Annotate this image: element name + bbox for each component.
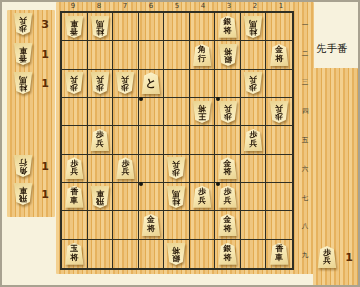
sente-hand-pawn-count: 1 (344, 251, 354, 264)
file-label-9: 9 (60, 2, 86, 11)
piece-kanji: 王将 (198, 103, 206, 120)
square-6-9[interactable] (139, 240, 165, 268)
piece-pawn-gote[interactable]: 歩兵 (243, 72, 263, 94)
piece-lance-gote[interactable]: 香車 (13, 43, 33, 65)
square-9-4[interactable] (62, 98, 88, 126)
square-2-3[interactable]: 歩兵 (241, 70, 267, 98)
square-6-6[interactable] (139, 155, 165, 183)
square-1-7[interactable] (266, 183, 292, 211)
file-label-3: 3 (216, 2, 242, 11)
square-4-1[interactable] (190, 13, 216, 41)
square-8-9[interactable] (88, 240, 114, 268)
piece-pawn-sente[interactable]: 歩兵 (243, 129, 263, 151)
gote-hand-lance-count: 1 (40, 48, 50, 61)
piece-kanji: 歩兵 (224, 188, 232, 205)
piece-kanji: 歩兵 (323, 249, 331, 266)
square-8-2[interactable] (88, 41, 114, 69)
piece-kanji: 香車 (275, 245, 283, 262)
piece-pawn-sente[interactable]: 歩兵 (317, 246, 337, 268)
gote-hand-bishop[interactable]: 角行1 (13, 155, 50, 177)
file-label-2: 2 (242, 2, 268, 11)
square-2-9[interactable] (241, 240, 267, 268)
piece-kanji: 歩兵 (121, 160, 129, 177)
piece-kanji: 香車 (19, 46, 27, 63)
sente-captured-tray: 歩兵1 (313, 68, 358, 286)
square-3-4[interactable]: 歩兵 (215, 98, 241, 126)
shogi-app-window: 歩兵3香車1桂馬1角行1飛車1 987654321 香車桂馬銀将桂馬角行銀将金将… (0, 0, 360, 287)
piece-kanji: 歩兵 (96, 131, 104, 148)
piece-kanji: 香車 (70, 18, 78, 35)
file-label-5: 5 (164, 2, 190, 11)
gote-captured-tray: 歩兵3香車1桂馬1角行1飛車1 (7, 10, 55, 217)
piece-tokin-sente[interactable]: と (141, 72, 161, 94)
gote-hand-bishop-count: 1 (40, 160, 50, 173)
piece-pawn-gote[interactable]: 歩兵 (218, 101, 238, 123)
square-7-1[interactable] (113, 13, 139, 41)
piece-kanji: 金将 (224, 216, 232, 233)
square-6-3[interactable]: と (139, 70, 165, 98)
piece-pawn-gote[interactable]: 歩兵 (115, 72, 135, 94)
square-7-2[interactable] (113, 41, 139, 69)
piece-kanji: 歩兵 (70, 75, 78, 92)
piece-kanji: と (145, 77, 156, 90)
square-7-6[interactable]: 歩兵 (113, 155, 139, 183)
square-1-4[interactable]: 歩兵 (266, 98, 292, 126)
square-2-2[interactable] (241, 41, 267, 69)
square-9-2[interactable] (62, 41, 88, 69)
star-point (216, 97, 220, 101)
square-8-4[interactable] (88, 98, 114, 126)
square-1-2[interactable]: 金将 (266, 41, 292, 69)
file-label-4: 4 (190, 2, 216, 11)
piece-pawn-sente[interactable]: 歩兵 (90, 129, 110, 151)
piece-kanji: 銀将 (224, 18, 232, 35)
piece-pawn-gote[interactable]: 歩兵 (269, 101, 289, 123)
piece-pawn-gote[interactable]: 歩兵 (166, 157, 186, 179)
piece-pawn-sente[interactable]: 歩兵 (115, 157, 135, 179)
square-3-9[interactable]: 銀将 (215, 240, 241, 268)
square-1-6[interactable] (266, 155, 292, 183)
square-1-8[interactable] (266, 211, 292, 239)
gote-hand-pawn[interactable]: 歩兵3 (13, 13, 50, 35)
shogi-board: 987654321 香車桂馬銀将桂馬角行銀将金将歩兵歩兵歩兵と歩兵王将歩兵歩兵歩… (56, 2, 314, 274)
piece-pawn-gote[interactable]: 歩兵 (64, 72, 84, 94)
piece-kanji: 歩兵 (224, 103, 232, 120)
turn-indicator-label: 先手番 (316, 42, 348, 56)
piece-kanji: 桂馬 (96, 18, 104, 35)
gote-hand-rook-count: 1 (40, 188, 50, 201)
piece-kanji: 桂馬 (19, 75, 27, 92)
square-2-8[interactable] (241, 211, 267, 239)
piece-gold-sente[interactable]: 金将 (218, 157, 238, 179)
piece-king-gote[interactable]: 王将 (192, 101, 212, 123)
square-2-7[interactable] (241, 183, 267, 211)
square-4-4[interactable]: 王将 (190, 98, 216, 126)
square-2-6[interactable] (241, 155, 267, 183)
piece-kanji: 桂馬 (249, 18, 257, 35)
square-6-4[interactable] (139, 98, 165, 126)
piece-kanji: 銀将 (224, 46, 232, 63)
square-8-1[interactable]: 桂馬 (88, 13, 114, 41)
square-1-3[interactable] (266, 70, 292, 98)
rank-label-7: 七 (298, 184, 312, 213)
square-5-5[interactable] (164, 126, 190, 154)
square-9-6[interactable]: 歩兵 (62, 155, 88, 183)
file-labels: 987654321 (60, 2, 294, 11)
square-4-2[interactable]: 角行 (190, 41, 216, 69)
piece-knight-gote[interactable]: 桂馬 (13, 72, 33, 94)
rank-label-1: 一 (298, 11, 312, 40)
piece-knight-gote[interactable]: 桂馬 (90, 16, 110, 38)
piece-bishop-sente[interactable]: 角行 (192, 44, 212, 66)
rank-label-2: 二 (298, 40, 312, 69)
square-8-3[interactable]: 歩兵 (88, 70, 114, 98)
square-2-5[interactable]: 歩兵 (241, 126, 267, 154)
piece-kanji: 歩兵 (70, 160, 78, 177)
piece-kanji: 角行 (19, 158, 27, 175)
square-3-5[interactable] (215, 126, 241, 154)
gote-hand-knight[interactable]: 桂馬1 (13, 72, 50, 94)
square-7-3[interactable]: 歩兵 (113, 70, 139, 98)
piece-kanji: 金将 (224, 160, 232, 177)
piece-kanji: 飛車 (19, 186, 27, 203)
square-5-4[interactable] (164, 98, 190, 126)
square-8-6[interactable] (88, 155, 114, 183)
piece-lance-sente[interactable]: 香車 (64, 186, 84, 208)
piece-gold-sente[interactable]: 金将 (218, 214, 238, 236)
piece-knight-gote[interactable]: 桂馬 (166, 186, 186, 208)
square-2-4[interactable] (241, 98, 267, 126)
square-4-5[interactable] (190, 126, 216, 154)
piece-kanji: 歩兵 (275, 103, 283, 120)
square-3-6[interactable]: 金将 (215, 155, 241, 183)
square-9-7[interactable]: 香車 (62, 183, 88, 211)
piece-silver-sente[interactable]: 銀将 (218, 16, 238, 38)
piece-kanji: 銀将 (224, 245, 232, 262)
star-point (139, 97, 143, 101)
piece-kanji: 飛車 (96, 188, 104, 205)
square-3-1[interactable]: 銀将 (215, 13, 241, 41)
piece-king-sente[interactable]: 玉将 (64, 243, 84, 265)
piece-pawn-sente[interactable]: 歩兵 (64, 157, 84, 179)
piece-kanji: 歩兵 (249, 75, 257, 92)
rank-label-6: 六 (298, 155, 312, 184)
square-7-9[interactable] (113, 240, 139, 268)
rank-label-5: 五 (298, 126, 312, 155)
piece-lance-sente[interactable]: 香車 (269, 243, 289, 265)
rank-labels: 一二三四五六七八九 (298, 11, 312, 270)
square-8-7[interactable]: 飛車 (88, 183, 114, 211)
square-5-6[interactable]: 歩兵 (164, 155, 190, 183)
file-label-1: 1 (268, 2, 294, 11)
piece-knight-gote[interactable]: 桂馬 (243, 16, 263, 38)
sente-hand-pawn[interactable]: 歩兵1 (317, 246, 354, 268)
square-9-5[interactable] (62, 126, 88, 154)
square-4-7[interactable]: 歩兵 (190, 183, 216, 211)
board-grid: 香車桂馬銀将桂馬角行銀将金将歩兵歩兵歩兵と歩兵王将歩兵歩兵歩兵歩兵歩兵歩兵歩兵金… (60, 11, 294, 270)
piece-kanji: 桂馬 (172, 188, 180, 205)
gote-hand-knight-count: 1 (40, 77, 50, 90)
piece-pawn-sente[interactable]: 歩兵 (218, 186, 238, 208)
piece-rook-gote[interactable]: 飛車 (90, 186, 110, 208)
square-5-1[interactable] (164, 13, 190, 41)
rank-label-3: 三 (298, 69, 312, 98)
square-4-8[interactable] (190, 211, 216, 239)
square-4-6[interactable] (190, 155, 216, 183)
piece-pawn-gote[interactable]: 歩兵 (90, 72, 110, 94)
square-3-7[interactable]: 歩兵 (215, 183, 241, 211)
square-5-9[interactable]: 銀将 (164, 240, 190, 268)
piece-silver-sente[interactable]: 銀将 (218, 243, 238, 265)
piece-kanji: 金将 (275, 46, 283, 63)
piece-bishop-gote[interactable]: 角行 (13, 155, 33, 177)
square-6-7[interactable] (139, 183, 165, 211)
piece-kanji: 歩兵 (198, 188, 206, 205)
piece-pawn-gote[interactable]: 歩兵 (13, 13, 33, 35)
square-9-3[interactable]: 歩兵 (62, 70, 88, 98)
piece-gold-sente[interactable]: 金将 (269, 44, 289, 66)
piece-kanji: 香車 (70, 188, 78, 205)
piece-pawn-sente[interactable]: 歩兵 (192, 186, 212, 208)
piece-gold-sente[interactable]: 金将 (141, 214, 161, 236)
square-9-9[interactable]: 玉将 (62, 240, 88, 268)
rank-label-8: 八 (298, 212, 312, 241)
piece-lance-gote[interactable]: 香車 (64, 16, 84, 38)
square-1-9[interactable]: 香車 (266, 240, 292, 268)
square-8-8[interactable] (88, 211, 114, 239)
square-6-8[interactable]: 金将 (139, 211, 165, 239)
piece-kanji: 金将 (147, 216, 155, 233)
square-6-2[interactable] (139, 41, 165, 69)
piece-kanji: 角行 (198, 46, 206, 63)
square-5-8[interactable] (164, 211, 190, 239)
square-4-3[interactable] (190, 70, 216, 98)
square-8-5[interactable]: 歩兵 (88, 126, 114, 154)
square-5-3[interactable] (164, 70, 190, 98)
piece-kanji: 歩兵 (96, 75, 104, 92)
piece-kanji: 歩兵 (121, 75, 129, 92)
piece-kanji: 歩兵 (19, 16, 27, 33)
square-1-5[interactable] (266, 126, 292, 154)
gote-hand-pawn-count: 3 (40, 18, 50, 31)
piece-silver-gote[interactable]: 銀将 (218, 44, 238, 66)
square-6-1[interactable] (139, 13, 165, 41)
square-6-5[interactable] (139, 126, 165, 154)
rank-label-9: 九 (298, 241, 312, 270)
square-3-3[interactable] (215, 70, 241, 98)
square-4-9[interactable] (190, 240, 216, 268)
file-label-8: 8 (86, 2, 112, 11)
square-3-8[interactable]: 金将 (215, 211, 241, 239)
piece-kanji: 歩兵 (172, 160, 180, 177)
square-9-1[interactable]: 香車 (62, 13, 88, 41)
square-7-4[interactable] (113, 98, 139, 126)
star-point (139, 182, 143, 186)
rank-label-4: 四 (298, 97, 312, 126)
square-7-8[interactable] (113, 211, 139, 239)
file-label-7: 7 (112, 2, 138, 11)
square-5-7[interactable]: 桂馬 (164, 183, 190, 211)
piece-silver-gote[interactable]: 銀将 (166, 243, 186, 265)
piece-kanji: 玉将 (70, 245, 78, 262)
square-1-1[interactable] (266, 13, 292, 41)
square-5-2[interactable] (164, 41, 190, 69)
square-7-5[interactable] (113, 126, 139, 154)
square-9-8[interactable] (62, 211, 88, 239)
gote-hand-lance[interactable]: 香車1 (13, 43, 50, 65)
piece-rook-gote[interactable]: 飛車 (13, 183, 33, 205)
square-7-7[interactable] (113, 183, 139, 211)
file-label-6: 6 (138, 2, 164, 11)
square-3-2[interactable]: 銀将 (215, 41, 241, 69)
star-point (216, 182, 220, 186)
gote-hand-rook[interactable]: 飛車1 (13, 183, 50, 205)
piece-kanji: 歩兵 (249, 131, 257, 148)
square-2-1[interactable]: 桂馬 (241, 13, 267, 41)
piece-kanji: 銀将 (172, 245, 180, 262)
